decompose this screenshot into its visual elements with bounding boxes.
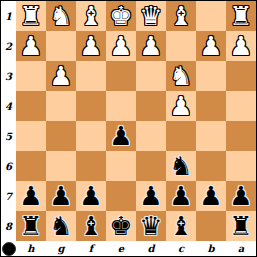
square-g7[interactable]: ♟ — [46, 181, 76, 211]
piece-white-pawn-a2[interactable]: ♟ — [226, 31, 256, 61]
piece-black-knight-g8[interactable]: ♞ — [46, 211, 76, 241]
piece-black-bishop-f8[interactable]: ♝ — [76, 211, 106, 241]
square-f7[interactable]: ♟ — [76, 181, 106, 211]
square-f8[interactable]: ♝ — [76, 211, 106, 241]
square-h8[interactable]: ♜ — [16, 211, 46, 241]
piece-black-bishop-c8[interactable]: ♝ — [166, 211, 196, 241]
piece-white-pawn-c4[interactable]: ♟ — [166, 91, 196, 121]
square-c1[interactable]: ♝ — [166, 1, 196, 31]
board-layout: 12345678 ♜♞♝♚♛♝♜♟♟♟♟♟♟♟♞♟♟♞♟♟♟♟♟♟♟♜♞♝♚♛♝… — [1, 1, 256, 256]
square-g1[interactable]: ♞ — [46, 1, 76, 31]
square-e2[interactable]: ♟ — [106, 31, 136, 61]
square-a1[interactable]: ♜ — [226, 1, 256, 31]
piece-white-pawn-g3[interactable]: ♟ — [46, 61, 76, 91]
rank-label-8: 8 — [1, 211, 16, 241]
file-label-f: f — [76, 241, 106, 256]
square-h6[interactable] — [16, 151, 46, 181]
square-b4[interactable] — [196, 91, 226, 121]
file-label-a: a — [226, 241, 256, 256]
piece-white-pawn-b2[interactable]: ♟ — [196, 31, 226, 61]
rank-label-6: 6 — [1, 151, 16, 181]
file-label-c: c — [166, 241, 196, 256]
square-b6[interactable] — [196, 151, 226, 181]
file-label-d: d — [136, 241, 166, 256]
piece-black-pawn-f7[interactable]: ♟ — [76, 181, 106, 211]
piece-white-pawn-f2[interactable]: ♟ — [76, 31, 106, 61]
square-a6[interactable] — [226, 151, 256, 181]
square-b5[interactable] — [196, 121, 226, 151]
rank-label-4: 4 — [1, 91, 16, 121]
piece-black-pawn-d7[interactable]: ♟ — [136, 181, 166, 211]
square-a4[interactable] — [226, 91, 256, 121]
square-g4[interactable] — [46, 91, 76, 121]
piece-white-king-e1[interactable]: ♚ — [106, 1, 136, 31]
square-h3[interactable] — [16, 61, 46, 91]
piece-black-pawn-h7[interactable]: ♟ — [16, 181, 46, 211]
piece-white-pawn-d2[interactable]: ♟ — [136, 31, 166, 61]
square-g6[interactable] — [46, 151, 76, 181]
square-h5[interactable] — [16, 121, 46, 151]
piece-white-bishop-f1[interactable]: ♝ — [76, 1, 106, 31]
piece-black-rook-h8[interactable]: ♜ — [16, 211, 46, 241]
rank-label-7: 7 — [1, 181, 16, 211]
square-a2[interactable]: ♟ — [226, 31, 256, 61]
square-h4[interactable] — [16, 91, 46, 121]
square-g5[interactable] — [46, 121, 76, 151]
square-e1[interactable]: ♚ — [106, 1, 136, 31]
turn-indicator-area — [1, 241, 16, 256]
square-c8[interactable]: ♝ — [166, 211, 196, 241]
file-label-b: b — [196, 241, 226, 256]
square-b7[interactable]: ♟ — [196, 181, 226, 211]
square-d1[interactable]: ♛ — [136, 1, 166, 31]
piece-white-bishop-c1[interactable]: ♝ — [166, 1, 196, 31]
square-g8[interactable]: ♞ — [46, 211, 76, 241]
piece-black-queen-d8[interactable]: ♛ — [136, 211, 166, 241]
rank-labels: 12345678 — [1, 1, 16, 241]
black-to-move-indicator — [2, 242, 16, 256]
piece-white-rook-h1[interactable]: ♜ — [16, 1, 46, 31]
square-b2[interactable]: ♟ — [196, 31, 226, 61]
file-label-g: g — [46, 241, 76, 256]
square-f2[interactable]: ♟ — [76, 31, 106, 61]
square-f5[interactable] — [76, 121, 106, 151]
square-d7[interactable]: ♟ — [136, 181, 166, 211]
piece-white-knight-c3[interactable]: ♞ — [166, 61, 196, 91]
square-e3[interactable] — [106, 61, 136, 91]
square-e5[interactable]: ♟ — [106, 121, 136, 151]
square-c7[interactable]: ♟ — [166, 181, 196, 211]
square-e6[interactable] — [106, 151, 136, 181]
square-d3[interactable] — [136, 61, 166, 91]
square-a5[interactable] — [226, 121, 256, 151]
piece-black-pawn-b7[interactable]: ♟ — [196, 181, 226, 211]
piece-black-knight-c6[interactable]: ♞ — [166, 151, 196, 181]
square-e4[interactable] — [106, 91, 136, 121]
rank-label-1: 1 — [1, 1, 16, 31]
square-c5[interactable] — [166, 121, 196, 151]
square-c4[interactable]: ♟ — [166, 91, 196, 121]
square-c6[interactable]: ♞ — [166, 151, 196, 181]
file-label-e: e — [106, 241, 136, 256]
square-b1[interactable] — [196, 1, 226, 31]
square-f6[interactable] — [76, 151, 106, 181]
piece-white-knight-g1[interactable]: ♞ — [46, 1, 76, 31]
square-c2[interactable] — [166, 31, 196, 61]
square-f3[interactable] — [76, 61, 106, 91]
square-g3[interactable]: ♟ — [46, 61, 76, 91]
square-b8[interactable] — [196, 211, 226, 241]
rank-label-3: 3 — [1, 61, 16, 91]
piece-white-pawn-e2[interactable]: ♟ — [106, 31, 136, 61]
rank-label-5: 5 — [1, 121, 16, 151]
square-a8[interactable]: ♜ — [226, 211, 256, 241]
chessboard-window: 12345678 ♜♞♝♚♛♝♜♟♟♟♟♟♟♟♞♟♟♞♟♟♟♟♟♟♟♜♞♝♚♛♝… — [0, 0, 257, 257]
square-g2[interactable] — [46, 31, 76, 61]
square-f1[interactable]: ♝ — [76, 1, 106, 31]
square-d6[interactable] — [136, 151, 166, 181]
piece-white-rook-a1[interactable]: ♜ — [226, 1, 256, 31]
square-a7[interactable]: ♟ — [226, 181, 256, 211]
square-h2[interactable]: ♟ — [16, 31, 46, 61]
square-c3[interactable]: ♞ — [166, 61, 196, 91]
square-h1[interactable]: ♜ — [16, 1, 46, 31]
rank-label-2: 2 — [1, 31, 16, 61]
chess-board[interactable]: ♜♞♝♚♛♝♜♟♟♟♟♟♟♟♞♟♟♞♟♟♟♟♟♟♟♜♞♝♚♛♝♜ — [16, 1, 256, 241]
square-h7[interactable]: ♟ — [16, 181, 46, 211]
square-e7[interactable] — [106, 181, 136, 211]
piece-black-rook-a8[interactable]: ♜ — [226, 211, 256, 241]
square-f4[interactable] — [76, 91, 106, 121]
square-e8[interactable]: ♚ — [106, 211, 136, 241]
file-labels: hgfedcba — [16, 241, 256, 256]
piece-black-pawn-c7[interactable]: ♟ — [166, 181, 196, 211]
square-a3[interactable] — [226, 61, 256, 91]
piece-white-queen-d1[interactable]: ♛ — [136, 1, 166, 31]
square-d8[interactable]: ♛ — [136, 211, 166, 241]
piece-black-king-e8[interactable]: ♚ — [106, 211, 136, 241]
piece-black-pawn-e5[interactable]: ♟ — [106, 121, 136, 151]
piece-black-pawn-a7[interactable]: ♟ — [226, 181, 256, 211]
square-d2[interactable]: ♟ — [136, 31, 166, 61]
square-d5[interactable] — [136, 121, 166, 151]
piece-white-pawn-h2[interactable]: ♟ — [16, 31, 46, 61]
file-label-h: h — [16, 241, 46, 256]
square-d4[interactable] — [136, 91, 166, 121]
piece-black-pawn-g7[interactable]: ♟ — [46, 181, 76, 211]
square-b3[interactable] — [196, 61, 226, 91]
